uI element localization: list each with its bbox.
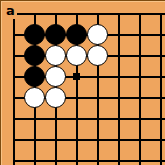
- intersection[interactable]: [24, 108, 45, 129]
- white-stone: [87, 45, 108, 66]
- black-stone: [24, 66, 45, 87]
- white-stone: [45, 87, 66, 108]
- intersection[interactable]: [129, 108, 150, 129]
- intersection[interactable]: [45, 24, 66, 45]
- intersection[interactable]: [150, 45, 165, 66]
- square-marker: [73, 73, 80, 80]
- intersection[interactable]: [87, 108, 108, 129]
- white-stone: [45, 45, 66, 66]
- intersection[interactable]: [150, 150, 165, 165]
- go-diagram: a: [0, 0, 165, 165]
- intersection[interactable]: [45, 108, 66, 129]
- intersection[interactable]: [129, 45, 150, 66]
- intersection[interactable]: [66, 45, 87, 66]
- intersection[interactable]: [129, 66, 150, 87]
- white-stone: [87, 24, 108, 45]
- white-stone: [24, 87, 45, 108]
- intersection[interactable]: [66, 24, 87, 45]
- intersection[interactable]: [3, 150, 24, 165]
- intersection[interactable]: [150, 87, 165, 108]
- intersection[interactable]: [150, 24, 165, 45]
- intersection[interactable]: [150, 66, 165, 87]
- intersection[interactable]: [150, 108, 165, 129]
- intersection[interactable]: [87, 150, 108, 165]
- intersection[interactable]: [87, 3, 108, 24]
- intersection[interactable]: [45, 129, 66, 150]
- intersection[interactable]: [66, 3, 87, 24]
- intersection[interactable]: [24, 150, 45, 165]
- intersection[interactable]: [3, 24, 24, 45]
- intersection[interactable]: [45, 150, 66, 165]
- black-stone: [24, 24, 45, 45]
- intersection[interactable]: [108, 87, 129, 108]
- intersection[interactable]: [108, 24, 129, 45]
- intersection[interactable]: [24, 45, 45, 66]
- intersection[interactable]: [24, 3, 45, 24]
- intersection[interactable]: [45, 3, 66, 24]
- intersection[interactable]: [108, 45, 129, 66]
- intersection[interactable]: [108, 129, 129, 150]
- intersection[interactable]: [45, 66, 66, 87]
- intersection[interactable]: [129, 87, 150, 108]
- intersection[interactable]: [87, 45, 108, 66]
- intersection[interactable]: [87, 66, 108, 87]
- intersection[interactable]: [3, 87, 24, 108]
- intersection[interactable]: [3, 45, 24, 66]
- intersection[interactable]: [108, 3, 129, 24]
- intersection[interactable]: [45, 87, 66, 108]
- intersection[interactable]: [129, 129, 150, 150]
- intersection[interactable]: [3, 108, 24, 129]
- intersection[interactable]: [129, 3, 150, 24]
- intersection[interactable]: [66, 108, 87, 129]
- intersection[interactable]: [66, 129, 87, 150]
- intersection[interactable]: [3, 129, 24, 150]
- intersection[interactable]: [24, 87, 45, 108]
- black-stone: [66, 24, 87, 45]
- white-stone: [66, 45, 87, 66]
- intersection[interactable]: [150, 129, 165, 150]
- intersection[interactable]: [129, 150, 150, 165]
- intersection[interactable]: [108, 108, 129, 129]
- intersection[interactable]: [108, 66, 129, 87]
- intersection[interactable]: [3, 66, 24, 87]
- go-board[interactable]: a: [3, 3, 165, 165]
- intersection[interactable]: [129, 24, 150, 45]
- intersection[interactable]: a: [3, 3, 24, 24]
- point-label-a: a: [4, 3, 17, 19]
- intersection[interactable]: [45, 45, 66, 66]
- intersection[interactable]: [66, 87, 87, 108]
- intersection[interactable]: [66, 150, 87, 165]
- intersection[interactable]: [24, 24, 45, 45]
- black-stone: [45, 24, 66, 45]
- white-stone: [45, 66, 66, 87]
- intersection[interactable]: [87, 24, 108, 45]
- black-stone: [24, 45, 45, 66]
- intersection[interactable]: [108, 150, 129, 165]
- intersection[interactable]: [24, 66, 45, 87]
- intersection[interactable]: [150, 3, 165, 24]
- intersection[interactable]: [87, 129, 108, 150]
- intersection[interactable]: [66, 66, 87, 87]
- intersection[interactable]: [87, 87, 108, 108]
- intersection[interactable]: [24, 129, 45, 150]
